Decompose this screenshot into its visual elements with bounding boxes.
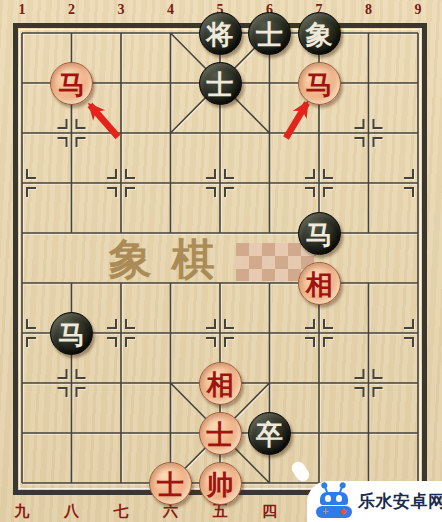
gamepad-plus-icon: + bbox=[321, 507, 329, 516]
piece-red-horse[interactable]: 马 bbox=[298, 62, 341, 105]
piece-black-soldier[interactable]: 卒 bbox=[248, 412, 291, 455]
piece-red-elephant[interactable]: 相 bbox=[298, 262, 341, 305]
gamepad-button-icon: ◆ bbox=[340, 507, 347, 516]
piece-black-elephant[interactable]: 象 bbox=[298, 12, 341, 55]
piece-black-horse[interactable]: 马 bbox=[298, 212, 341, 255]
xiangqi-board-screenshot: 123456789九八七六五四三二一 象棋 将士象士马马卒马马相相士士帅 + ◆… bbox=[0, 0, 442, 522]
piece-red-advisor[interactable]: 士 bbox=[199, 412, 242, 455]
piece-red-advisor[interactable]: 士 bbox=[149, 462, 192, 505]
piece-red-general[interactable]: 帅 bbox=[199, 462, 242, 505]
piece-black-advisor[interactable]: 士 bbox=[248, 12, 291, 55]
piece-black-advisor[interactable]: 士 bbox=[199, 62, 242, 105]
pieces-layer: 将士象士马马卒马马相相士士帅 bbox=[0, 0, 442, 522]
piece-black-horse[interactable]: 马 bbox=[50, 312, 93, 355]
watermark-text: 乐水安卓网 bbox=[358, 490, 442, 513]
app-mascot-robot-icon: + ◆ bbox=[316, 486, 354, 518]
piece-red-elephant[interactable]: 相 bbox=[199, 362, 242, 405]
watermark-badge: + ◆ 乐水安卓网 bbox=[307, 481, 442, 522]
piece-red-horse[interactable]: 马 bbox=[50, 62, 93, 105]
piece-black-general[interactable]: 将 bbox=[199, 12, 242, 55]
